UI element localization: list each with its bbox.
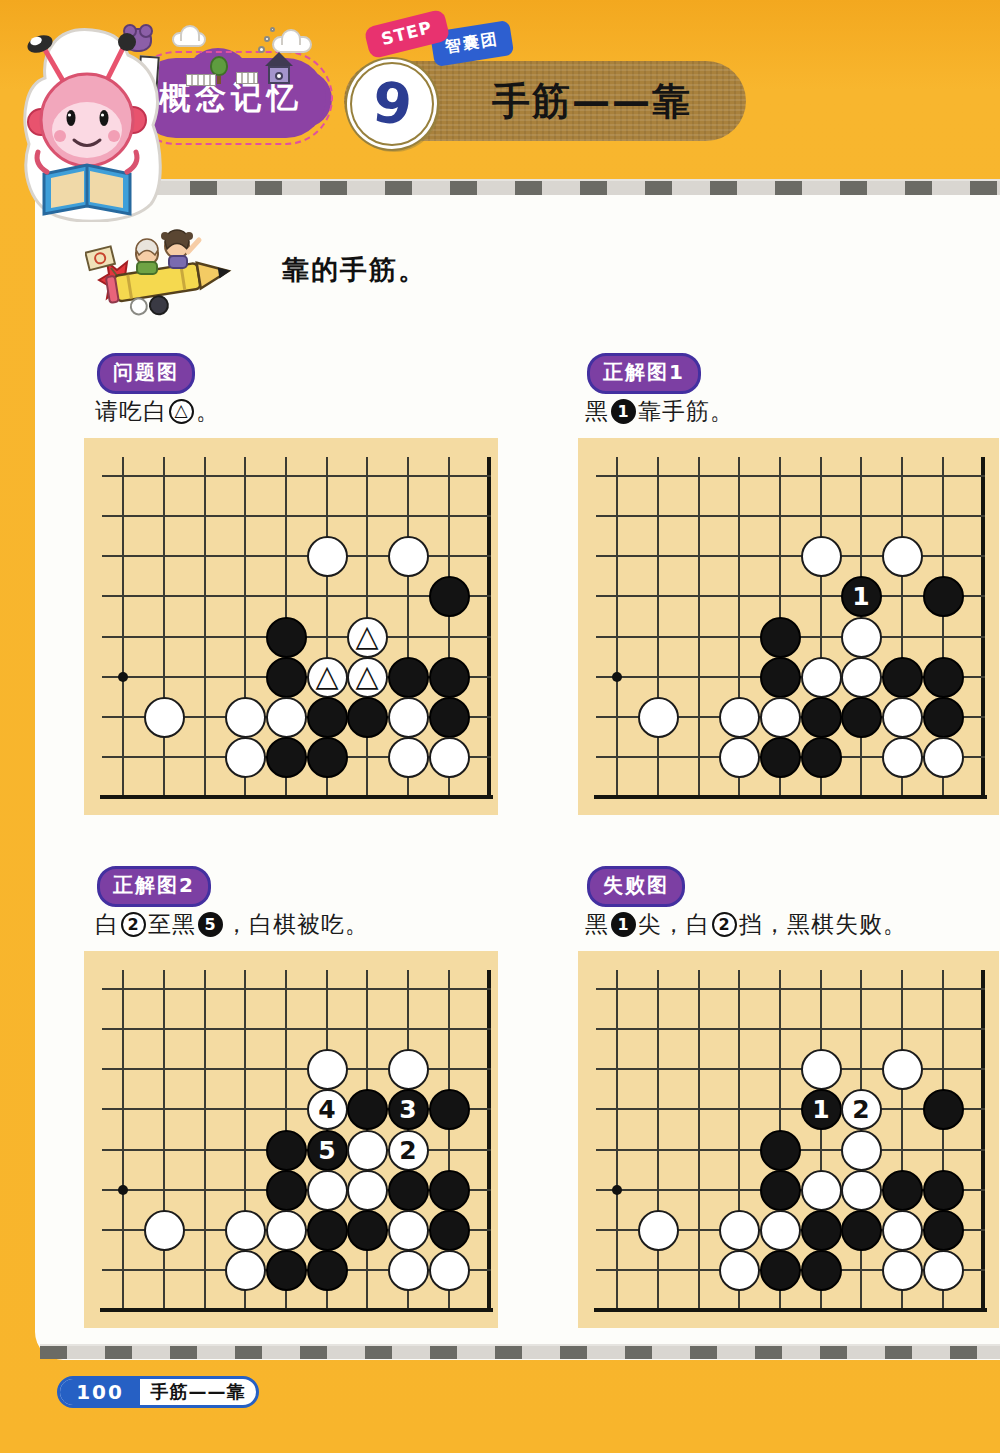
white-stone [307,536,348,577]
black-stone [429,657,470,698]
white-stone [841,1130,882,1171]
black-stone [347,1210,388,1251]
black-stone [760,1130,801,1171]
white-stone [307,1170,348,1211]
white-stone [719,697,760,738]
caption-text: 白 [95,909,119,940]
go-board-failure: 12 [578,951,999,1328]
star-point [118,672,128,682]
black-stone [307,697,348,738]
section-badge-failure: 失败图 [587,866,685,907]
grid-line [102,1028,491,1030]
house-icon [268,52,293,84]
black-stone [347,1089,388,1130]
white-stone-marked: △ [347,617,388,658]
grid-line [102,1068,491,1070]
black-stone-symbol: 1 [611,399,636,424]
concept-memory-badge: 概念记忆 [136,58,326,138]
caption-text: 请吃白 [95,396,167,427]
black-stone [760,1170,801,1211]
black-stone [923,657,964,698]
white-stone [225,1210,266,1251]
caption-text: 。 [196,396,220,427]
white-stone [388,1049,429,1090]
smoke-dot [270,27,275,32]
black-stone [841,1210,882,1251]
white-stone [882,737,923,778]
fence-icon [236,72,258,84]
white-stone [882,1210,923,1251]
white-stone-move-4: 4 [307,1089,348,1130]
tree-trunk [217,76,221,84]
black-stone [266,1170,307,1211]
black-stone [923,1170,964,1211]
caption-text: 黑 [585,909,609,940]
cloud-icon [172,32,206,47]
mascot-illustration [14,24,164,222]
black-stone [801,697,842,738]
footer-chapter-title: 手筋——靠 [140,1379,256,1405]
house-window [275,72,283,80]
caption-correct-2: 白2至黑5，白棋被吃。 [95,909,369,940]
grid-line [596,988,985,990]
move-number: 2 [399,1138,416,1163]
white-stone [882,1250,923,1291]
white-stone-marked: △ [307,657,348,698]
pencil-rocket-illustration [85,228,243,320]
black-stone-symbol: 5 [198,912,223,937]
white-stone-marked: △ [347,657,388,698]
black-stone [923,1089,964,1130]
caption-text: 挡，黑棋失败。 [739,909,907,940]
smoke-dot [258,46,265,53]
white-stone [801,1049,842,1090]
move-number: 4 [318,1097,335,1122]
black-stone [307,737,348,778]
grid-line [596,555,985,557]
black-stone [801,737,842,778]
white-stone [719,737,760,778]
white-stone-symbol: 2 [712,912,737,937]
white-stone [760,697,801,738]
black-stone [882,1170,923,1211]
mascot-character-sticker [14,24,164,222]
intro-text: 靠的手筋。 [282,252,427,288]
white-stone [841,1170,882,1211]
black-stone [266,1130,307,1171]
black-stone [266,1250,307,1291]
section-badge-correct-2: 正解图2 [97,866,211,907]
grid-line [204,970,206,1312]
move-number: 1 [812,1097,829,1122]
white-stone-symbol: 2 [121,912,146,937]
grid-line [698,457,700,799]
black-stone [266,737,307,778]
move-number: 5 [318,1138,335,1163]
step-number: 9 [370,74,415,134]
grid-line [122,970,124,1312]
grid-line [657,457,659,799]
grid-line [616,970,618,1312]
black-stone [923,697,964,738]
grid-line [596,1068,985,1070]
black-stone [347,697,388,738]
house-roof [265,52,293,66]
black-stone [429,697,470,738]
white-stone [719,1210,760,1251]
black-stone [760,1250,801,1291]
white-stone [882,1049,923,1090]
board-edge-line [981,457,985,799]
black-stone [388,657,429,698]
grid-line [596,1028,985,1030]
white-stone [266,697,307,738]
board-edge-line [981,970,985,1312]
star-point [612,672,622,682]
caption-failure: 黑1尖，白2挡，黑棋失败。 [585,909,907,940]
decor-stripe-bottom [40,1344,1000,1359]
black-stone [266,617,307,658]
white-stone [144,1210,185,1251]
black-stone [882,657,923,698]
grid-line [102,555,491,557]
step-number-circle: 9 [350,62,434,146]
section-badge-correct-1: 正解图1 [587,353,701,394]
caption-text: ，白棋被吃。 [225,909,369,940]
move-number: 3 [399,1097,416,1122]
black-stone-symbol: 1 [611,912,636,937]
triangle-mark: △ [355,621,378,654]
white-stone [388,697,429,738]
board-edge-line [487,457,491,799]
grid-line [596,515,985,517]
grid-line [102,515,491,517]
grid-line [163,970,165,1312]
black-stone-move-5: 5 [307,1130,348,1171]
black-stone [266,657,307,698]
white-stone-symbol: △ [169,399,194,424]
black-stone [841,697,882,738]
cloud-icon [272,36,312,53]
board-edge-line [487,970,491,1312]
white-stone [225,697,266,738]
white-stone-move-2: 2 [841,1089,882,1130]
white-stone [347,1170,388,1211]
black-stone [801,1250,842,1291]
white-stone [388,1210,429,1251]
black-stone [307,1250,348,1291]
black-stone [307,1210,348,1251]
grid-line [596,475,985,477]
white-stone [266,1210,307,1251]
book-page: 9 手筋——靠 STEP 智囊团 概念记忆 围棋王 [0,0,1000,1453]
grid-line [204,457,206,799]
white-stone [429,1250,470,1291]
black-stone [760,737,801,778]
grid-line [102,475,491,477]
white-stone [388,737,429,778]
star-point [118,1185,128,1195]
caption-text: 至黑 [148,909,196,940]
smoke-dot [264,36,270,42]
decor-stripe-top [60,179,1000,195]
white-stone [801,657,842,698]
black-stone-move-1: 1 [841,576,882,617]
grid-line [122,457,124,799]
white-stone [841,617,882,658]
board-edge-line [594,1308,987,1312]
section-badge-problem: 问题图 [97,353,195,394]
caption-problem: 请吃白△。 [95,396,220,427]
move-number: 2 [852,1097,869,1122]
concept-memory-label: 概念记忆 [136,58,326,138]
board-edge-line [100,1308,493,1312]
white-stone [801,1170,842,1211]
white-stone [388,536,429,577]
tree-top [210,56,228,76]
white-stone [719,1250,760,1291]
caption-correct-1: 黑1靠手筋。 [585,396,734,427]
black-stone-move-3: 3 [388,1089,429,1130]
grid-line [657,970,659,1312]
white-stone [923,737,964,778]
white-stone [638,697,679,738]
white-stone [347,1130,388,1171]
grid-line [102,988,491,990]
black-stone [429,1089,470,1130]
star-point [612,1185,622,1195]
go-board-correct-1: 1 [578,438,999,815]
white-stone [225,1250,266,1291]
triangle-mark: △ [315,661,338,694]
black-stone [801,1210,842,1251]
white-stone [801,536,842,577]
white-stone [841,657,882,698]
white-stone [882,536,923,577]
white-stone [429,737,470,778]
go-board-problem: △△△ [84,438,498,815]
grid-line [616,457,618,799]
board-edge-line [100,795,493,799]
black-stone [388,1170,429,1211]
black-stone [923,1210,964,1251]
fence-icon [186,74,216,86]
white-stone-move-2: 2 [388,1130,429,1171]
board-edge-line [594,795,987,799]
white-stone [882,697,923,738]
caption-text: 靠手筋。 [638,396,734,427]
grid-line [163,457,165,799]
black-stone [760,617,801,658]
go-board-correct-2: 4352 [84,951,498,1328]
black-stone [429,576,470,617]
page-title: 手筋——靠 [442,61,742,141]
triangle-mark: △ [355,661,378,694]
white-stone [760,1210,801,1251]
black-stone [429,1170,470,1211]
white-stone [307,1049,348,1090]
white-stone [144,697,185,738]
black-stone-move-1: 1 [801,1089,842,1130]
black-stone [760,657,801,698]
white-stone [225,737,266,778]
pencil-rocket-icon [85,228,243,320]
black-stone [923,576,964,617]
caption-text: 黑 [585,396,609,427]
black-stone [429,1210,470,1251]
footer-page-pill: 100 手筋——靠 [57,1376,259,1408]
caption-text: 尖，白 [638,909,710,940]
white-stone [638,1210,679,1251]
move-number: 1 [852,584,869,609]
page-number: 100 [60,1379,140,1405]
grid-line [698,970,700,1312]
white-stone [923,1250,964,1291]
white-stone [388,1250,429,1291]
